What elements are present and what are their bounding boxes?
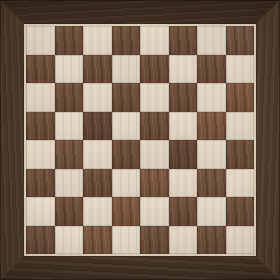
square-b4[interactable] [55,140,84,169]
square-c4[interactable] [83,140,112,169]
square-c7[interactable] [83,55,112,84]
square-e3[interactable] [140,169,169,198]
square-e5[interactable] [140,112,169,141]
square-d5[interactable] [112,112,141,141]
square-g2[interactable] [197,197,226,226]
square-c8[interactable] [83,26,112,55]
square-g5[interactable] [197,112,226,141]
square-h7[interactable] [226,55,255,84]
square-d2[interactable] [112,197,141,226]
square-g7[interactable] [197,55,226,84]
square-g6[interactable] [197,83,226,112]
square-b5[interactable] [55,112,84,141]
square-c2[interactable] [83,197,112,226]
square-e4[interactable] [140,140,169,169]
square-c6[interactable] [83,83,112,112]
square-e2[interactable] [140,197,169,226]
square-f1[interactable] [169,226,198,255]
square-h2[interactable] [226,197,255,226]
square-f8[interactable] [169,26,198,55]
square-e8[interactable] [140,26,169,55]
square-f4[interactable] [169,140,198,169]
square-g8[interactable] [197,26,226,55]
square-g4[interactable] [197,140,226,169]
square-b6[interactable] [55,83,84,112]
square-a4[interactable] [26,140,55,169]
square-e7[interactable] [140,55,169,84]
square-h8[interactable] [226,26,255,55]
square-d7[interactable] [112,55,141,84]
square-h3[interactable] [226,169,255,198]
square-e1[interactable] [140,226,169,255]
square-e6[interactable] [140,83,169,112]
square-f2[interactable] [169,197,198,226]
square-c5[interactable] [83,112,112,141]
square-a3[interactable] [26,169,55,198]
square-c3[interactable] [83,169,112,198]
square-b3[interactable] [55,169,84,198]
square-a2[interactable] [26,197,55,226]
square-d6[interactable] [112,83,141,112]
square-a8[interactable] [26,26,55,55]
square-h4[interactable] [226,140,255,169]
square-h1[interactable] [226,226,255,255]
square-f3[interactable] [169,169,198,198]
square-b2[interactable] [55,197,84,226]
square-h5[interactable] [226,112,255,141]
square-f5[interactable] [169,112,198,141]
square-d8[interactable] [112,26,141,55]
square-a7[interactable] [26,55,55,84]
square-b8[interactable] [55,26,84,55]
square-d1[interactable] [112,226,141,255]
square-a6[interactable] [26,83,55,112]
square-a1[interactable] [26,226,55,255]
square-f7[interactable] [169,55,198,84]
square-c1[interactable] [83,226,112,255]
chessboard [0,0,280,280]
board-playfield [26,26,254,254]
square-g1[interactable] [197,226,226,255]
square-b1[interactable] [55,226,84,255]
square-f6[interactable] [169,83,198,112]
square-b7[interactable] [55,55,84,84]
square-g3[interactable] [197,169,226,198]
square-a5[interactable] [26,112,55,141]
square-d4[interactable] [112,140,141,169]
square-d3[interactable] [112,169,141,198]
square-h6[interactable] [226,83,255,112]
